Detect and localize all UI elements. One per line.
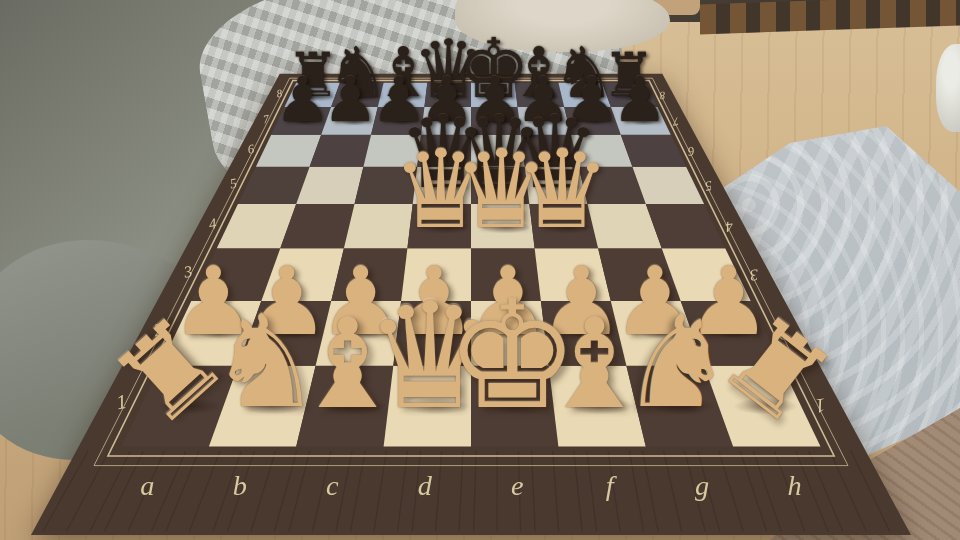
file-label-g: g	[695, 470, 709, 501]
file-label-h: h	[788, 470, 802, 501]
file-label-c: c	[326, 470, 339, 501]
piece-white-queen-f4[interactable]: ♛	[514, 136, 611, 245]
piece-white-knight-g1[interactable]: ♞	[619, 299, 733, 427]
file-label-e: e	[511, 470, 524, 501]
file-label-b: b	[233, 470, 247, 501]
file-label-d: d	[418, 470, 433, 501]
piece-black-pawn-h7[interactable]: ♟	[612, 70, 668, 132]
scene: abcdefgh1122334455667788 ♜♞♝♛♚♝♞♜♟♟♟♟♟♟♟…	[0, 0, 960, 540]
piece-black-pawn-b7[interactable]: ♟	[323, 70, 379, 132]
file-label-a: a	[140, 470, 154, 501]
